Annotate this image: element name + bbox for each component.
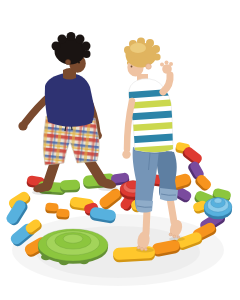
child-right-blond-hair [124, 38, 161, 68]
child-left-tshirt [45, 73, 94, 127]
path-segment-orange [56, 209, 70, 220]
path-segment-green [60, 180, 80, 193]
child-left-eye [78, 62, 80, 64]
stepping-disc-blue [204, 198, 232, 220]
child-right-hand [122, 150, 130, 158]
child-right-shin [170, 198, 174, 222]
scene-canvas [0, 0, 240, 300]
child-left-hand [18, 121, 27, 130]
child-right-eye [131, 66, 133, 68]
child-right-head [124, 38, 161, 77]
child-left-head [52, 32, 91, 73]
product-photo [0, 0, 240, 300]
child-right-shin [146, 210, 147, 233]
child-left-ear [65, 59, 70, 64]
child-right-arm [127, 101, 132, 149]
child-right-ear [146, 64, 152, 70]
child-right-raised-arm [163, 75, 170, 92]
child-left [18, 32, 118, 195]
